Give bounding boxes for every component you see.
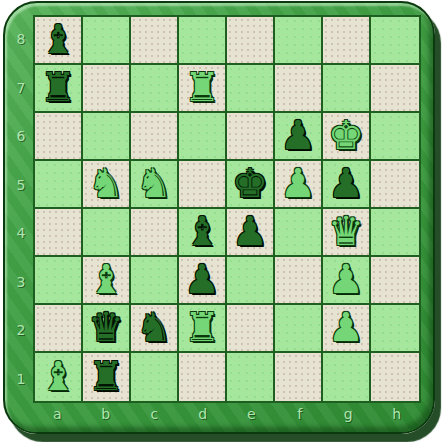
file-label-a: a (33, 403, 82, 425)
square-a6[interactable] (35, 113, 83, 161)
white-bishop[interactable]: ♝ (88, 257, 124, 301)
white-knight[interactable]: ♞ (88, 161, 124, 205)
square-b4[interactable] (83, 209, 131, 257)
square-e7[interactable] (227, 65, 275, 113)
file-labels: abcdefgh (33, 403, 421, 425)
file-label-g: g (324, 403, 373, 425)
square-a2[interactable] (35, 305, 83, 353)
square-f2[interactable] (275, 305, 323, 353)
square-e4[interactable]: ♟ (227, 209, 275, 257)
square-b2[interactable]: ♛ (83, 305, 131, 353)
square-h8[interactable] (371, 17, 419, 65)
square-e6[interactable] (227, 113, 275, 161)
square-g6[interactable]: ♚ (323, 113, 371, 161)
file-label-e: e (227, 403, 276, 425)
square-e2[interactable] (227, 305, 275, 353)
square-a4[interactable] (35, 209, 83, 257)
black-pawn[interactable]: ♟ (328, 161, 364, 205)
file-label-d: d (179, 403, 228, 425)
square-e5[interactable]: ♚ (227, 161, 275, 209)
square-c7[interactable] (131, 65, 179, 113)
square-g2[interactable]: ♟ (323, 305, 371, 353)
square-f7[interactable] (275, 65, 323, 113)
rank-label-4: 4 (9, 209, 33, 258)
square-g5[interactable]: ♟ (323, 161, 371, 209)
square-c2[interactable]: ♞ (131, 305, 179, 353)
square-d8[interactable] (179, 17, 227, 65)
square-a1[interactable]: ♝ (35, 353, 83, 401)
square-f1[interactable] (275, 353, 323, 401)
square-e1[interactable] (227, 353, 275, 401)
rank-label-6: 6 (9, 112, 33, 161)
square-c8[interactable] (131, 17, 179, 65)
white-pawn[interactable]: ♟ (280, 161, 316, 205)
file-label-f: f (276, 403, 325, 425)
white-knight[interactable]: ♞ (136, 161, 172, 205)
square-d1[interactable] (179, 353, 227, 401)
square-d3[interactable]: ♟ (179, 257, 227, 305)
square-b1[interactable]: ♜ (83, 353, 131, 401)
white-rook[interactable]: ♜ (184, 305, 220, 349)
square-c6[interactable] (131, 113, 179, 161)
square-g7[interactable] (323, 65, 371, 113)
square-h6[interactable] (371, 113, 419, 161)
square-h5[interactable] (371, 161, 419, 209)
rank-label-3: 3 (9, 258, 33, 307)
square-d7[interactable]: ♜ (179, 65, 227, 113)
square-f5[interactable]: ♟ (275, 161, 323, 209)
square-g8[interactable] (323, 17, 371, 65)
black-queen[interactable]: ♛ (88, 305, 124, 349)
square-f8[interactable] (275, 17, 323, 65)
square-b3[interactable]: ♝ (83, 257, 131, 305)
square-b8[interactable] (83, 17, 131, 65)
square-f6[interactable]: ♟ (275, 113, 323, 161)
file-label-b: b (82, 403, 131, 425)
black-pawn[interactable]: ♟ (232, 209, 268, 253)
square-d5[interactable] (179, 161, 227, 209)
chess-board[interactable]: ♝♜♜♟♚♞♞♚♟♟♝♟♛♝♟♟♛♞♜♟♝♜ (33, 15, 421, 403)
rank-label-7: 7 (9, 64, 33, 113)
white-queen[interactable]: ♛ (328, 209, 364, 253)
square-a7[interactable]: ♜ (35, 65, 83, 113)
rank-label-1: 1 (9, 355, 33, 404)
square-g4[interactable]: ♛ (323, 209, 371, 257)
square-g3[interactable]: ♟ (323, 257, 371, 305)
white-pawn[interactable]: ♟ (328, 257, 364, 301)
square-a3[interactable] (35, 257, 83, 305)
white-king[interactable]: ♚ (328, 113, 364, 157)
square-b6[interactable] (83, 113, 131, 161)
black-pawn[interactable]: ♟ (184, 257, 220, 301)
square-e3[interactable] (227, 257, 275, 305)
square-a5[interactable] (35, 161, 83, 209)
black-bishop[interactable]: ♝ (184, 209, 220, 253)
file-label-h: h (373, 403, 422, 425)
square-g1[interactable] (323, 353, 371, 401)
rank-labels: 87654321 (9, 15, 33, 403)
black-bishop[interactable]: ♝ (40, 17, 76, 61)
square-d2[interactable]: ♜ (179, 305, 227, 353)
square-h4[interactable] (371, 209, 419, 257)
chess-app-window: 87654321 ♝♜♜♟♚♞♞♚♟♟♝♟♛♝♟♟♛♞♜♟♝♜ abcdefgh (0, 0, 444, 442)
square-h7[interactable] (371, 65, 419, 113)
square-a8[interactable]: ♝ (35, 17, 83, 65)
square-c1[interactable] (131, 353, 179, 401)
rank-label-5: 5 (9, 161, 33, 210)
rank-label-2: 2 (9, 306, 33, 355)
square-h3[interactable] (371, 257, 419, 305)
white-rook[interactable]: ♜ (184, 65, 220, 109)
black-rook[interactable]: ♜ (88, 354, 124, 398)
square-c3[interactable] (131, 257, 179, 305)
square-c5[interactable]: ♞ (131, 161, 179, 209)
black-knight[interactable]: ♞ (136, 305, 172, 349)
white-bishop[interactable]: ♝ (40, 354, 76, 398)
black-rook[interactable]: ♜ (40, 65, 76, 109)
square-h2[interactable] (371, 305, 419, 353)
square-d6[interactable] (179, 113, 227, 161)
square-b7[interactable] (83, 65, 131, 113)
square-e8[interactable] (227, 17, 275, 65)
square-b5[interactable]: ♞ (83, 161, 131, 209)
square-f3[interactable] (275, 257, 323, 305)
square-f4[interactable] (275, 209, 323, 257)
square-c4[interactable] (131, 209, 179, 257)
black-pawn[interactable]: ♟ (280, 113, 316, 157)
square-h1[interactable] (371, 353, 419, 401)
square-d4[interactable]: ♝ (179, 209, 227, 257)
white-pawn[interactable]: ♟ (328, 305, 364, 349)
rank-label-8: 8 (9, 15, 33, 64)
file-label-c: c (130, 403, 179, 425)
black-king[interactable]: ♚ (232, 161, 268, 205)
